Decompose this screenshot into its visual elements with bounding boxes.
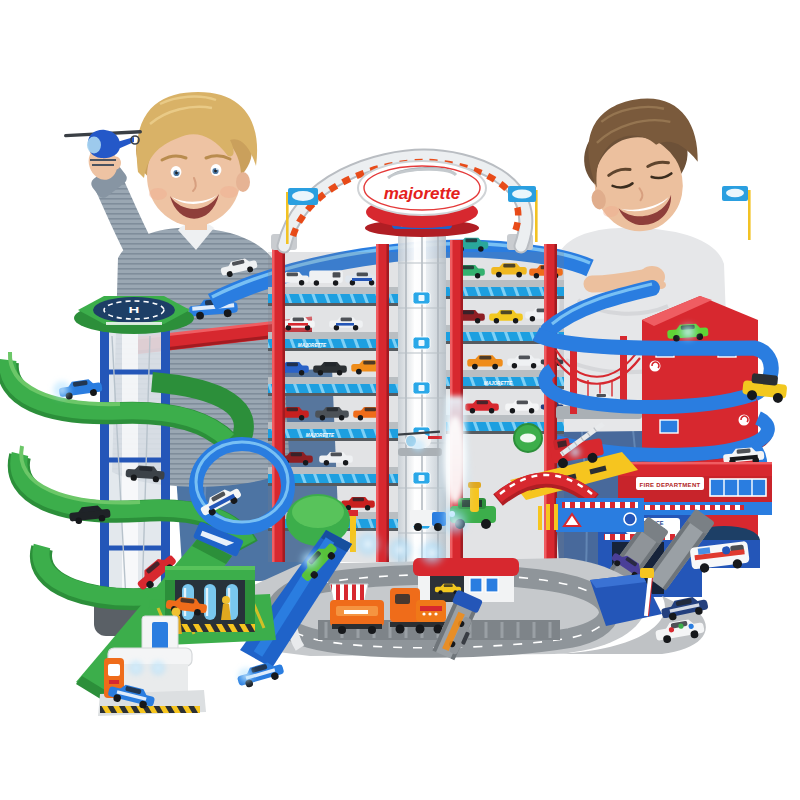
toy-helicopter xyxy=(64,130,142,165)
helipad-h-marking: H xyxy=(129,305,140,315)
scene-illustration: MAJORETTE MAJORETTE MAJORETTE xyxy=(0,0,800,800)
product-photo: MAJORETTE MAJORETTE MAJORETTE xyxy=(0,0,800,800)
worker-figure-right xyxy=(221,596,231,620)
flag-tower-right xyxy=(722,186,751,240)
deck-band-label: MAJORETTE xyxy=(298,343,327,348)
majorette-logo: majorette xyxy=(358,161,486,215)
freight-wagon xyxy=(330,600,384,634)
fire-department-sign: FIRE DEPARTMENT xyxy=(639,482,700,488)
boy-right-head xyxy=(575,90,710,239)
deck-band-label: MAJORETTE xyxy=(306,433,335,438)
boy-left-arm xyxy=(110,186,152,272)
arch-logo-text: majorette xyxy=(384,184,461,203)
deck-band-label: MAJORETTE xyxy=(484,381,513,386)
boy-left-head xyxy=(136,92,257,226)
green-circle-sign xyxy=(514,424,542,452)
